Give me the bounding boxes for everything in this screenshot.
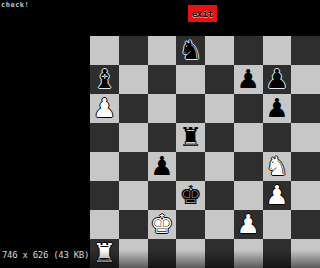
square-a5[interactable] — [90, 123, 119, 152]
square-h4[interactable] — [291, 152, 320, 181]
piece-white-rook[interactable]: ♜ — [90, 239, 119, 268]
square-d5[interactable]: ♜ — [176, 123, 205, 152]
square-d8[interactable]: ♞ — [176, 36, 205, 65]
square-f4[interactable] — [234, 152, 263, 181]
square-h1[interactable] — [291, 239, 320, 268]
square-g1[interactable] — [263, 239, 292, 268]
piece-white-knight[interactable]: ♞ — [263, 152, 292, 181]
square-e7[interactable] — [205, 65, 234, 94]
square-d2[interactable] — [176, 210, 205, 239]
square-a7[interactable]: ♝ — [90, 65, 119, 94]
square-d4[interactable] — [176, 152, 205, 181]
square-c4[interactable]: ♟ — [148, 152, 177, 181]
piece-black-pawn[interactable]: ♟ — [234, 65, 263, 94]
piece-white-pawn[interactable]: ♟ — [90, 94, 119, 123]
piece-black-pawn[interactable]: ♟ — [263, 94, 292, 123]
square-h7[interactable] — [291, 65, 320, 94]
piece-black-pawn[interactable]: ♟ — [148, 152, 177, 181]
square-e3[interactable] — [205, 181, 234, 210]
check-status-label: check! — [1, 1, 29, 9]
square-d6[interactable] — [176, 94, 205, 123]
square-g5[interactable] — [263, 123, 292, 152]
square-f2[interactable]: ♟ — [234, 210, 263, 239]
piece-white-pawn[interactable]: ♟ — [234, 210, 263, 239]
square-e4[interactable] — [205, 152, 234, 181]
piece-black-pawn[interactable]: ♟ — [263, 65, 292, 94]
square-e5[interactable] — [205, 123, 234, 152]
square-b7[interactable] — [119, 65, 148, 94]
square-d7[interactable] — [176, 65, 205, 94]
piece-black-knight[interactable]: ♞ — [176, 36, 205, 65]
square-b6[interactable] — [119, 94, 148, 123]
square-a1[interactable]: ♜ — [90, 239, 119, 268]
square-d3[interactable]: ♚ — [176, 181, 205, 210]
square-h2[interactable] — [291, 210, 320, 239]
square-e8[interactable] — [205, 36, 234, 65]
square-b1[interactable] — [119, 239, 148, 268]
square-f8[interactable] — [234, 36, 263, 65]
square-a6[interactable]: ♟ — [90, 94, 119, 123]
square-f7[interactable]: ♟ — [234, 65, 263, 94]
square-e1[interactable] — [205, 239, 234, 268]
square-d1[interactable] — [176, 239, 205, 268]
square-g2[interactable] — [263, 210, 292, 239]
square-b4[interactable] — [119, 152, 148, 181]
square-f6[interactable] — [234, 94, 263, 123]
piece-white-pawn[interactable]: ♟ — [263, 181, 292, 210]
square-g4[interactable]: ♞ — [263, 152, 292, 181]
square-a2[interactable] — [90, 210, 119, 239]
square-b5[interactable] — [119, 123, 148, 152]
piece-black-king[interactable]: ♚ — [176, 181, 205, 210]
piece-black-rook[interactable]: ♜ — [176, 123, 205, 152]
square-e2[interactable] — [205, 210, 234, 239]
exit-button[interactable]: exit — [188, 5, 217, 22]
square-b3[interactable] — [119, 181, 148, 210]
square-h8[interactable] — [291, 36, 320, 65]
square-h5[interactable] — [291, 123, 320, 152]
square-f5[interactable] — [234, 123, 263, 152]
square-c7[interactable] — [148, 65, 177, 94]
square-a4[interactable] — [90, 152, 119, 181]
piece-white-king[interactable]: ♚ — [148, 210, 177, 239]
square-g6[interactable]: ♟ — [263, 94, 292, 123]
piece-black-bishop[interactable]: ♝ — [90, 65, 119, 94]
square-h3[interactable] — [291, 181, 320, 210]
chess-app-window: check! exit ♞♝♟♟♟♟♜♟♞♚♟♚♟♜ 746 x 626 (43… — [0, 0, 320, 268]
square-c1[interactable] — [148, 239, 177, 268]
square-h6[interactable] — [291, 94, 320, 123]
square-a3[interactable] — [90, 181, 119, 210]
chess-board: ♞♝♟♟♟♟♜♟♞♚♟♚♟♜ — [90, 36, 320, 268]
square-c2[interactable]: ♚ — [148, 210, 177, 239]
square-f3[interactable] — [234, 181, 263, 210]
square-g3[interactable]: ♟ — [263, 181, 292, 210]
square-g8[interactable] — [263, 36, 292, 65]
square-c3[interactable] — [148, 181, 177, 210]
square-c6[interactable] — [148, 94, 177, 123]
square-b8[interactable] — [119, 36, 148, 65]
square-e6[interactable] — [205, 94, 234, 123]
square-c8[interactable] — [148, 36, 177, 65]
square-c5[interactable] — [148, 123, 177, 152]
square-g7[interactable]: ♟ — [263, 65, 292, 94]
square-a8[interactable] — [90, 36, 119, 65]
image-size-status-text: 746 x 626 (43 KB) — [2, 250, 89, 260]
square-f1[interactable] — [234, 239, 263, 268]
square-b2[interactable] — [119, 210, 148, 239]
